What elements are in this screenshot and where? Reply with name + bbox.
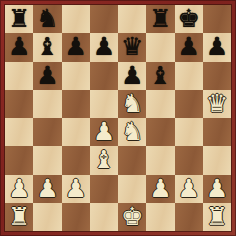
- square-e1[interactable]: ♚: [118, 203, 146, 231]
- square-f5[interactable]: [146, 90, 174, 118]
- piece-black-pawn: ♟: [8, 33, 30, 61]
- square-b6[interactable]: ♟: [33, 62, 61, 90]
- square-g8[interactable]: ♚: [175, 5, 203, 33]
- board-frame: ♜♞♜♚♟♝♟♟♛♟♟♟♟♝♞♛♟♞♝♟♟♟♟♟♟♜♚♜: [0, 0, 236, 236]
- square-b7[interactable]: ♝: [33, 33, 61, 61]
- square-e8[interactable]: [118, 5, 146, 33]
- square-a6[interactable]: [5, 62, 33, 90]
- square-g3[interactable]: [175, 146, 203, 174]
- square-c3[interactable]: [62, 146, 90, 174]
- piece-white-king: ♚: [121, 203, 143, 231]
- piece-white-pawn: ♟: [206, 175, 228, 203]
- piece-white-rook: ♜: [206, 203, 228, 231]
- square-e7[interactable]: ♛: [118, 33, 146, 61]
- piece-white-rook: ♜: [8, 203, 30, 231]
- piece-black-pawn: ♟: [206, 33, 228, 61]
- piece-white-pawn: ♟: [36, 175, 58, 203]
- square-b1[interactable]: [33, 203, 61, 231]
- square-a2[interactable]: ♟: [5, 175, 33, 203]
- square-e6[interactable]: ♟: [118, 62, 146, 90]
- square-h8[interactable]: [203, 5, 231, 33]
- square-h7[interactable]: ♟: [203, 33, 231, 61]
- square-b5[interactable]: [33, 90, 61, 118]
- chess-board: ♜♞♜♚♟♝♟♟♛♟♟♟♟♝♞♛♟♞♝♟♟♟♟♟♟♜♚♜: [5, 5, 231, 231]
- piece-black-bishop: ♝: [36, 33, 58, 61]
- piece-black-rook: ♜: [8, 5, 30, 33]
- square-d4[interactable]: ♟: [90, 118, 118, 146]
- piece-white-bishop: ♝: [93, 146, 115, 174]
- square-e3[interactable]: [118, 146, 146, 174]
- square-d3[interactable]: ♝: [90, 146, 118, 174]
- square-c8[interactable]: [62, 5, 90, 33]
- piece-white-pawn: ♟: [177, 175, 199, 203]
- square-e4[interactable]: ♞: [118, 118, 146, 146]
- square-a8[interactable]: ♜: [5, 5, 33, 33]
- piece-white-knight: ♞: [121, 118, 143, 146]
- piece-black-pawn: ♟: [64, 33, 86, 61]
- square-f4[interactable]: [146, 118, 174, 146]
- square-b3[interactable]: [33, 146, 61, 174]
- piece-white-pawn: ♟: [8, 175, 30, 203]
- square-e5[interactable]: ♞: [118, 90, 146, 118]
- square-b4[interactable]: [33, 118, 61, 146]
- piece-black-bishop: ♝: [149, 62, 171, 90]
- square-h3[interactable]: [203, 146, 231, 174]
- square-g6[interactable]: [175, 62, 203, 90]
- square-d6[interactable]: [90, 62, 118, 90]
- square-c1[interactable]: [62, 203, 90, 231]
- piece-black-queen: ♛: [121, 33, 143, 61]
- square-a4[interactable]: [5, 118, 33, 146]
- piece-white-pawn: ♟: [149, 175, 171, 203]
- square-g7[interactable]: ♟: [175, 33, 203, 61]
- square-d2[interactable]: [90, 175, 118, 203]
- square-f6[interactable]: ♝: [146, 62, 174, 90]
- piece-black-pawn: ♟: [93, 33, 115, 61]
- square-h4[interactable]: [203, 118, 231, 146]
- piece-white-queen: ♛: [206, 90, 228, 118]
- square-a5[interactable]: [5, 90, 33, 118]
- square-a7[interactable]: ♟: [5, 33, 33, 61]
- square-h5[interactable]: ♛: [203, 90, 231, 118]
- square-g2[interactable]: ♟: [175, 175, 203, 203]
- piece-black-king: ♚: [177, 5, 199, 33]
- square-f8[interactable]: ♜: [146, 5, 174, 33]
- square-f7[interactable]: [146, 33, 174, 61]
- square-g1[interactable]: [175, 203, 203, 231]
- square-f3[interactable]: [146, 146, 174, 174]
- piece-white-pawn: ♟: [64, 175, 86, 203]
- piece-white-knight: ♞: [121, 90, 143, 118]
- square-c2[interactable]: ♟: [62, 175, 90, 203]
- square-c4[interactable]: [62, 118, 90, 146]
- piece-white-pawn: ♟: [93, 118, 115, 146]
- piece-black-pawn: ♟: [36, 62, 58, 90]
- square-c6[interactable]: [62, 62, 90, 90]
- square-a1[interactable]: ♜: [5, 203, 33, 231]
- square-d1[interactable]: [90, 203, 118, 231]
- square-g5[interactable]: [175, 90, 203, 118]
- square-d7[interactable]: ♟: [90, 33, 118, 61]
- square-h2[interactable]: ♟: [203, 175, 231, 203]
- square-c7[interactable]: ♟: [62, 33, 90, 61]
- square-f1[interactable]: [146, 203, 174, 231]
- square-h6[interactable]: [203, 62, 231, 90]
- piece-black-rook: ♜: [149, 5, 171, 33]
- piece-black-pawn: ♟: [177, 33, 199, 61]
- square-d8[interactable]: [90, 5, 118, 33]
- square-c5[interactable]: [62, 90, 90, 118]
- square-e2[interactable]: [118, 175, 146, 203]
- square-b8[interactable]: ♞: [33, 5, 61, 33]
- piece-black-knight: ♞: [36, 5, 58, 33]
- square-b2[interactable]: ♟: [33, 175, 61, 203]
- square-g4[interactable]: [175, 118, 203, 146]
- piece-black-pawn: ♟: [121, 62, 143, 90]
- square-d5[interactable]: [90, 90, 118, 118]
- square-h1[interactable]: ♜: [203, 203, 231, 231]
- square-f2[interactable]: ♟: [146, 175, 174, 203]
- square-a3[interactable]: [5, 146, 33, 174]
